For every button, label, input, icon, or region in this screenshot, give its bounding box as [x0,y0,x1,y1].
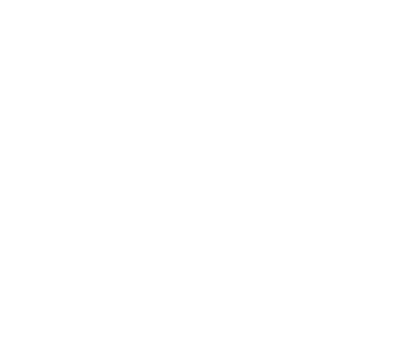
word-list [0,0,412,350]
puzzle-page [0,0,412,350]
